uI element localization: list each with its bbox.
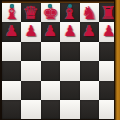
- square-g3[interactable]: [80, 100, 99, 119]
- square-d5[interactable]: [21, 61, 40, 80]
- square-c8[interactable]: ♝: [2, 3, 21, 22]
- square-c7[interactable]: ♟: [2, 22, 21, 41]
- square-g6[interactable]: [80, 42, 99, 61]
- square-c6[interactable]: [2, 42, 21, 61]
- black-rook[interactable]: ♜: [99, 3, 114, 22]
- chess-board: ♝♛♚♝♞♜♟♟♟♟♟♟: [2, 3, 114, 120]
- black-pawn[interactable]: ♟: [21, 22, 40, 41]
- square-g4[interactable]: [80, 81, 99, 100]
- square-f3[interactable]: [60, 100, 79, 119]
- square-e5[interactable]: [41, 61, 60, 80]
- square-e3[interactable]: [41, 100, 60, 119]
- square-e6[interactable]: [41, 42, 60, 61]
- board-frame-top: [0, 0, 120, 3]
- square-h6[interactable]: [99, 42, 114, 61]
- square-h7[interactable]: ♟: [99, 22, 114, 41]
- square-c4[interactable]: [2, 81, 21, 100]
- black-pawn[interactable]: ♟: [99, 22, 114, 41]
- square-c5[interactable]: [2, 61, 21, 80]
- square-d6[interactable]: [21, 42, 40, 61]
- square-c3[interactable]: [2, 100, 21, 119]
- black-pawn[interactable]: ♟: [41, 22, 60, 41]
- bishop-teal-finial-icon: [68, 4, 72, 8]
- board-edge-left: [0, 0, 2, 120]
- square-h4[interactable]: [99, 81, 114, 100]
- square-e7[interactable]: ♟: [41, 22, 60, 41]
- chess-app-window: ♝♛♚♝♞♜♟♟♟♟♟♟: [0, 0, 120, 120]
- square-h3[interactable]: [99, 100, 114, 119]
- square-d3[interactable]: [21, 100, 40, 119]
- black-knight[interactable]: ♞: [80, 3, 99, 22]
- square-f8[interactable]: ♝: [60, 3, 79, 22]
- black-pawn[interactable]: ♟: [80, 22, 99, 41]
- square-f6[interactable]: [60, 42, 79, 61]
- square-f7[interactable]: ♟: [60, 22, 79, 41]
- square-h5[interactable]: [99, 61, 114, 80]
- square-g8[interactable]: ♞: [80, 3, 99, 22]
- black-queen[interactable]: ♛: [21, 3, 40, 22]
- square-d7[interactable]: ♟: [21, 22, 40, 41]
- board-frame-right: [114, 0, 120, 120]
- square-h8[interactable]: ♜: [99, 3, 114, 22]
- black-pawn[interactable]: ♟: [2, 22, 21, 41]
- square-d4[interactable]: [21, 81, 40, 100]
- square-e8[interactable]: ♚: [41, 3, 60, 22]
- square-f5[interactable]: [60, 61, 79, 80]
- square-g7[interactable]: ♟: [80, 22, 99, 41]
- square-f4[interactable]: [60, 81, 79, 100]
- black-pawn[interactable]: ♟: [60, 22, 79, 41]
- square-g5[interactable]: [80, 61, 99, 80]
- square-e4[interactable]: [41, 81, 60, 100]
- bishop-teal-finial-icon: [10, 4, 14, 8]
- square-d8[interactable]: ♛: [21, 3, 40, 22]
